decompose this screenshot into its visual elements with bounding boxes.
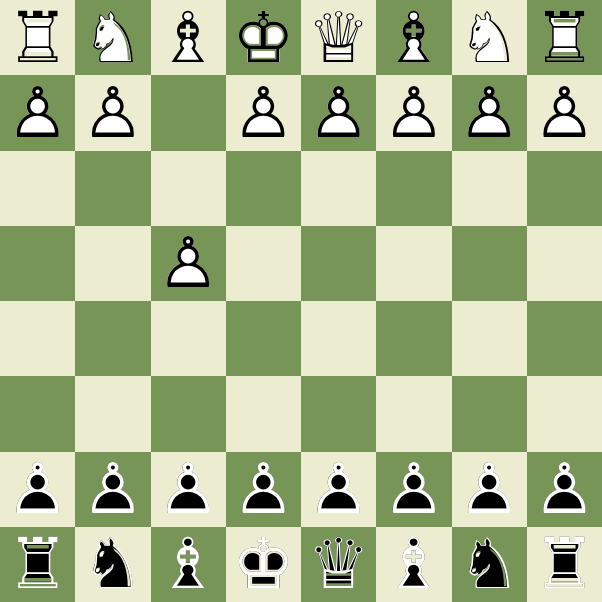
square-f3[interactable]	[151, 151, 226, 226]
square-a4[interactable]	[527, 226, 602, 301]
square-e6[interactable]	[226, 376, 301, 451]
white-pawn-f4[interactable]: ♟♙	[151, 226, 226, 301]
square-a5[interactable]	[527, 301, 602, 376]
black-king-e8[interactable]: ♚♔	[226, 527, 301, 602]
piece-outline-glyph: ♗	[382, 3, 445, 73]
white-pawn-a2[interactable]: ♟♙	[527, 75, 602, 150]
square-b5[interactable]	[452, 301, 527, 376]
black-bishop-f8[interactable]: ♝♗	[151, 527, 226, 602]
piece-outline-glyph: ♙	[157, 228, 220, 298]
black-pawn-g7[interactable]: ♟♙	[75, 452, 150, 527]
white-pawn-e2[interactable]: ♟♙	[226, 75, 301, 150]
square-g3[interactable]	[75, 151, 150, 226]
square-h2[interactable]: ♟♙	[0, 75, 75, 150]
square-f8[interactable]: ♝♗	[151, 527, 226, 602]
square-d8[interactable]: ♛♕	[301, 527, 376, 602]
square-a2[interactable]: ♟♙	[527, 75, 602, 150]
square-e8[interactable]: ♚♔	[226, 527, 301, 602]
square-e4[interactable]	[226, 226, 301, 301]
black-pawn-a7[interactable]: ♟♙	[527, 452, 602, 527]
square-f7[interactable]: ♟♙	[151, 452, 226, 527]
square-g7[interactable]: ♟♙	[75, 452, 150, 527]
square-d1[interactable]: ♛♕	[301, 0, 376, 75]
square-c8[interactable]: ♝♗	[376, 527, 451, 602]
piece-outline-glyph: ♕	[307, 529, 370, 599]
square-g1[interactable]: ♞♘	[75, 0, 150, 75]
square-g2[interactable]: ♟♙	[75, 75, 150, 150]
piece-outline-glyph: ♙	[232, 78, 295, 148]
piece-outline-glyph: ♙	[81, 454, 144, 524]
square-c1[interactable]: ♝♗	[376, 0, 451, 75]
black-pawn-c7[interactable]: ♟♙	[376, 452, 451, 527]
white-pawn-g2[interactable]: ♟♙	[75, 75, 150, 150]
square-b3[interactable]	[452, 151, 527, 226]
square-a3[interactable]	[527, 151, 602, 226]
square-d5[interactable]	[301, 301, 376, 376]
piece-outline-glyph: ♙	[157, 454, 220, 524]
square-b1[interactable]: ♞♘	[452, 0, 527, 75]
black-pawn-d7[interactable]: ♟♙	[301, 452, 376, 527]
black-rook-a8[interactable]: ♜♖	[527, 527, 602, 602]
piece-outline-glyph: ♙	[458, 78, 521, 148]
white-rook-h1[interactable]: ♜♖	[0, 0, 75, 75]
piece-outline-glyph: ♙	[6, 454, 69, 524]
square-d7[interactable]: ♟♙	[301, 452, 376, 527]
square-f5[interactable]	[151, 301, 226, 376]
piece-outline-glyph: ♙	[533, 78, 596, 148]
square-e2[interactable]: ♟♙	[226, 75, 301, 150]
square-h8[interactable]: ♜♖	[0, 527, 75, 602]
white-bishop-f1[interactable]: ♝♗	[151, 0, 226, 75]
square-b7[interactable]: ♟♙	[452, 452, 527, 527]
piece-outline-glyph: ♗	[157, 529, 220, 599]
square-b8[interactable]: ♞♘	[452, 527, 527, 602]
square-e5[interactable]	[226, 301, 301, 376]
white-king-e1[interactable]: ♚♔	[226, 0, 301, 75]
square-a6[interactable]	[527, 376, 602, 451]
piece-outline-glyph: ♙	[382, 78, 445, 148]
piece-outline-glyph: ♘	[458, 529, 521, 599]
black-pawn-e7[interactable]: ♟♙	[226, 452, 301, 527]
black-knight-b8[interactable]: ♞♘	[452, 527, 527, 602]
square-d4[interactable]	[301, 226, 376, 301]
square-h6[interactable]	[0, 376, 75, 451]
square-e3[interactable]	[226, 151, 301, 226]
square-e7[interactable]: ♟♙	[226, 452, 301, 527]
square-h1[interactable]: ♜♖	[0, 0, 75, 75]
piece-outline-glyph: ♖	[533, 3, 596, 73]
white-knight-g1[interactable]: ♞♘	[75, 0, 150, 75]
white-rook-a1[interactable]: ♜♖	[527, 0, 602, 75]
square-d2[interactable]: ♟♙	[301, 75, 376, 150]
chess-board: ♜♖♞♘♝♗♚♔♛♕♝♗♞♘♜♖♟♙♟♙♟♙♟♙♟♙♟♙♟♙♟♙♟♙♟♙♟♙♟♙…	[0, 0, 602, 602]
black-pawn-b7[interactable]: ♟♙	[452, 452, 527, 527]
white-queen-d1[interactable]: ♛♕	[301, 0, 376, 75]
piece-outline-glyph: ♙	[533, 454, 596, 524]
piece-outline-glyph: ♙	[6, 78, 69, 148]
piece-outline-glyph: ♙	[307, 454, 370, 524]
black-rook-h8[interactable]: ♜♖	[0, 527, 75, 602]
piece-outline-glyph: ♙	[382, 454, 445, 524]
square-c6[interactable]	[376, 376, 451, 451]
square-b2[interactable]: ♟♙	[452, 75, 527, 150]
square-c4[interactable]	[376, 226, 451, 301]
piece-outline-glyph: ♙	[458, 454, 521, 524]
black-queen-d8[interactable]: ♛♕	[301, 527, 376, 602]
square-d3[interactable]	[301, 151, 376, 226]
square-h5[interactable]	[0, 301, 75, 376]
square-h3[interactable]	[0, 151, 75, 226]
square-c2[interactable]: ♟♙	[376, 75, 451, 150]
square-f2[interactable]	[151, 75, 226, 150]
piece-outline-glyph: ♖	[533, 529, 596, 599]
square-b6[interactable]	[452, 376, 527, 451]
black-pawn-h7[interactable]: ♟♙	[0, 452, 75, 527]
white-pawn-d2[interactable]: ♟♙	[301, 75, 376, 150]
black-bishop-c8[interactable]: ♝♗	[376, 527, 451, 602]
square-d6[interactable]	[301, 376, 376, 451]
square-g6[interactable]	[75, 376, 150, 451]
piece-outline-glyph: ♔	[232, 529, 295, 599]
square-e1[interactable]: ♚♔	[226, 0, 301, 75]
piece-outline-glyph: ♘	[81, 3, 144, 73]
piece-outline-glyph: ♘	[458, 3, 521, 73]
square-g5[interactable]	[75, 301, 150, 376]
square-b4[interactable]	[452, 226, 527, 301]
square-c3[interactable]	[376, 151, 451, 226]
piece-outline-glyph: ♗	[382, 529, 445, 599]
piece-outline-glyph: ♙	[232, 454, 295, 524]
square-c5[interactable]	[376, 301, 451, 376]
square-f4[interactable]: ♟♙	[151, 226, 226, 301]
square-c7[interactable]: ♟♙	[376, 452, 451, 527]
black-knight-g8[interactable]: ♞♘	[75, 527, 150, 602]
square-h7[interactable]: ♟♙	[0, 452, 75, 527]
piece-outline-glyph: ♖	[6, 529, 69, 599]
piece-outline-glyph: ♖	[6, 3, 69, 73]
square-f6[interactable]	[151, 376, 226, 451]
piece-outline-glyph: ♙	[307, 78, 370, 148]
white-pawn-c2[interactable]: ♟♙	[376, 75, 451, 150]
black-pawn-f7[interactable]: ♟♙	[151, 452, 226, 527]
piece-outline-glyph: ♙	[81, 78, 144, 148]
square-g8[interactable]: ♞♘	[75, 527, 150, 602]
white-bishop-c1[interactable]: ♝♗	[376, 0, 451, 75]
white-pawn-h2[interactable]: ♟♙	[0, 75, 75, 150]
square-g4[interactable]	[75, 226, 150, 301]
square-a1[interactable]: ♜♖	[527, 0, 602, 75]
piece-outline-glyph: ♗	[157, 3, 220, 73]
square-f1[interactable]: ♝♗	[151, 0, 226, 75]
piece-outline-glyph: ♘	[81, 529, 144, 599]
white-knight-b1[interactable]: ♞♘	[452, 0, 527, 75]
piece-outline-glyph: ♕	[307, 3, 370, 73]
white-pawn-b2[interactable]: ♟♙	[452, 75, 527, 150]
square-a8[interactable]: ♜♖	[527, 527, 602, 602]
square-h4[interactable]	[0, 226, 75, 301]
square-a7[interactable]: ♟♙	[527, 452, 602, 527]
piece-outline-glyph: ♔	[232, 3, 295, 73]
